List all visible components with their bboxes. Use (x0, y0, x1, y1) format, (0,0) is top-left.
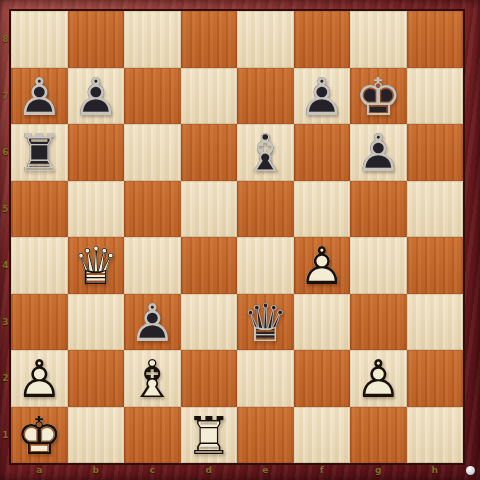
square-f6[interactable] (294, 124, 351, 181)
square-e1[interactable] (237, 407, 294, 464)
square-e6[interactable]: ♝♗ (237, 124, 294, 181)
square-f4[interactable]: ♟♙ (294, 237, 351, 294)
square-c3[interactable]: ♟♙ (124, 294, 181, 351)
square-h7[interactable] (407, 68, 464, 125)
piece-white-rook-d1[interactable]: ♜♖ (181, 407, 238, 464)
square-c5[interactable] (124, 181, 181, 238)
square-a4[interactable] (11, 237, 68, 294)
square-h4[interactable] (407, 237, 464, 294)
square-e4[interactable] (237, 237, 294, 294)
square-b1[interactable] (68, 407, 125, 464)
square-g4[interactable] (350, 237, 407, 294)
rank-label-4: 4 (0, 237, 11, 294)
rank-label-6: 6 (0, 124, 11, 181)
black-queen-outline-icon: ♕ (237, 294, 294, 351)
piece-white-queen-b4[interactable]: ♛♕ (68, 237, 125, 294)
white-pawn-outline-icon: ♙ (294, 237, 351, 294)
square-d6[interactable] (181, 124, 238, 181)
file-label-b: b (68, 462, 125, 478)
piece-white-pawn-f4[interactable]: ♟♙ (294, 237, 351, 294)
square-g7[interactable]: ♚♔ (350, 68, 407, 125)
rank-label-3: 3 (0, 294, 11, 351)
square-c7[interactable] (124, 68, 181, 125)
black-rook-outline-icon: ♖ (11, 124, 68, 181)
black-king-outline-icon: ♔ (350, 68, 407, 125)
square-h5[interactable] (407, 181, 464, 238)
rank-label-8: 8 (0, 11, 11, 68)
square-a1[interactable]: ♚♔ (11, 407, 68, 464)
rank-label-1: 1 (0, 407, 11, 464)
white-to-move-indicator (466, 466, 475, 475)
black-pawn-outline-icon: ♙ (124, 294, 181, 351)
square-a5[interactable] (11, 181, 68, 238)
rank-label-2: 2 (0, 350, 11, 407)
white-bishop-outline-icon: ♗ (124, 350, 181, 407)
white-queen-outline-icon: ♕ (68, 237, 125, 294)
file-label-c: c (124, 462, 181, 478)
black-pawn-outline-icon: ♙ (68, 68, 125, 125)
square-g2[interactable]: ♟♙ (350, 350, 407, 407)
square-c1[interactable] (124, 407, 181, 464)
file-label-g: g (350, 462, 407, 478)
piece-black-queen-e3[interactable]: ♛♕ (237, 294, 294, 351)
square-e8[interactable] (237, 11, 294, 68)
file-label-h: h (407, 462, 464, 478)
file-labels: abcdefgh (11, 462, 463, 478)
piece-black-bishop-e6[interactable]: ♝♗ (237, 124, 294, 181)
square-e3[interactable]: ♛♕ (237, 294, 294, 351)
square-e7[interactable] (237, 68, 294, 125)
piece-black-pawn-c3[interactable]: ♟♙ (124, 294, 181, 351)
black-bishop-outline-icon: ♗ (237, 124, 294, 181)
piece-white-pawn-g2[interactable]: ♟♙ (350, 350, 407, 407)
piece-white-bishop-c2[interactable]: ♝♗ (124, 350, 181, 407)
square-h3[interactable] (407, 294, 464, 351)
square-h8[interactable] (407, 11, 464, 68)
square-f5[interactable] (294, 181, 351, 238)
square-d1[interactable]: ♜♖ (181, 407, 238, 464)
square-a3[interactable] (11, 294, 68, 351)
piece-black-pawn-g6[interactable]: ♟♙ (350, 124, 407, 181)
square-d2[interactable] (181, 350, 238, 407)
square-e2[interactable] (237, 350, 294, 407)
piece-black-pawn-b7[interactable]: ♟♙ (68, 68, 125, 125)
square-h1[interactable] (407, 407, 464, 464)
square-h6[interactable] (407, 124, 464, 181)
white-pawn-outline-icon: ♙ (350, 350, 407, 407)
black-pawn-outline-icon: ♙ (294, 68, 351, 125)
square-c2[interactable]: ♝♗ (124, 350, 181, 407)
piece-black-king-g7[interactable]: ♚♔ (350, 68, 407, 125)
square-b6[interactable] (68, 124, 125, 181)
square-f8[interactable] (294, 11, 351, 68)
white-king-outline-icon: ♔ (11, 407, 68, 464)
square-f1[interactable] (294, 407, 351, 464)
piece-white-king-a1[interactable]: ♚♔ (11, 407, 68, 464)
square-d5[interactable] (181, 181, 238, 238)
chess-board: ♟♙♟♙♟♙♚♔♜♖♝♗♟♙♛♕♟♙♟♙♛♕♟♙♝♗♟♙♚♔♜♖ (11, 11, 463, 463)
square-b4[interactable]: ♛♕ (68, 237, 125, 294)
square-c6[interactable] (124, 124, 181, 181)
square-g8[interactable] (350, 11, 407, 68)
square-d8[interactable] (181, 11, 238, 68)
square-b5[interactable] (68, 181, 125, 238)
square-a8[interactable] (11, 11, 68, 68)
square-d7[interactable] (181, 68, 238, 125)
piece-black-rook-a6[interactable]: ♜♖ (11, 124, 68, 181)
chess-board-frame: ♟♙♟♙♟♙♚♔♜♖♝♗♟♙♛♕♟♙♟♙♛♕♟♙♝♗♟♙♚♔♜♖ 8765432… (0, 0, 480, 480)
square-d4[interactable] (181, 237, 238, 294)
rank-label-5: 5 (0, 181, 11, 238)
square-f7[interactable]: ♟♙ (294, 68, 351, 125)
rank-labels: 87654321 (0, 11, 11, 463)
file-label-f: f (294, 462, 351, 478)
rank-label-7: 7 (0, 68, 11, 125)
square-b3[interactable] (68, 294, 125, 351)
file-label-a: a (11, 462, 68, 478)
square-c4[interactable] (124, 237, 181, 294)
square-g5[interactable] (350, 181, 407, 238)
square-h2[interactable] (407, 350, 464, 407)
square-f3[interactable] (294, 294, 351, 351)
black-pawn-outline-icon: ♙ (350, 124, 407, 181)
square-a7[interactable]: ♟♙ (11, 68, 68, 125)
square-c8[interactable] (124, 11, 181, 68)
square-g3[interactable] (350, 294, 407, 351)
square-f2[interactable] (294, 350, 351, 407)
piece-black-pawn-f7[interactable]: ♟♙ (294, 68, 351, 125)
square-d3[interactable] (181, 294, 238, 351)
square-b2[interactable] (68, 350, 125, 407)
square-a6[interactable]: ♜♖ (11, 124, 68, 181)
square-b8[interactable] (68, 11, 125, 68)
square-g1[interactable] (350, 407, 407, 464)
piece-white-pawn-a2[interactable]: ♟♙ (11, 350, 68, 407)
black-pawn-outline-icon: ♙ (11, 68, 68, 125)
file-label-d: d (181, 462, 238, 478)
square-g6[interactable]: ♟♙ (350, 124, 407, 181)
square-a2[interactable]: ♟♙ (11, 350, 68, 407)
file-label-e: e (237, 462, 294, 478)
square-e5[interactable] (237, 181, 294, 238)
square-b7[interactable]: ♟♙ (68, 68, 125, 125)
white-pawn-outline-icon: ♙ (11, 350, 68, 407)
white-rook-outline-icon: ♖ (181, 407, 238, 464)
piece-black-pawn-a7[interactable]: ♟♙ (11, 68, 68, 125)
